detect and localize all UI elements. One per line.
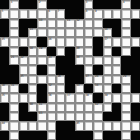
white-cell-r12c10[interactable] bbox=[93, 112, 102, 121]
white-cell-r12c13[interactable] bbox=[121, 112, 130, 121]
white-cell-r10c14[interactable] bbox=[131, 93, 140, 102]
black-cell-r8c1 bbox=[9, 75, 18, 84]
black-cell-r13c7 bbox=[65, 121, 74, 130]
white-cell-r1c3[interactable] bbox=[28, 9, 37, 18]
white-cell-r7c3[interactable] bbox=[28, 65, 37, 74]
white-cell-r6c9[interactable] bbox=[84, 56, 93, 65]
black-cell-r7c1 bbox=[9, 65, 18, 74]
clue-number: 6 bbox=[48, 10, 50, 13]
white-cell-r13c1[interactable] bbox=[9, 121, 18, 130]
white-cell-r10c1[interactable] bbox=[9, 93, 18, 102]
black-cell-r9c12 bbox=[112, 84, 121, 93]
white-cell-r7c5[interactable] bbox=[47, 65, 56, 74]
black-cell-r6c6 bbox=[56, 56, 65, 65]
white-cell-r10c13[interactable] bbox=[121, 93, 130, 102]
black-cell-r7c7 bbox=[65, 65, 74, 74]
white-cell-r3c13[interactable] bbox=[121, 28, 130, 37]
black-cell-r8c0 bbox=[0, 75, 9, 84]
clue-number: 10 bbox=[39, 19, 42, 22]
white-cell-r10c12[interactable] bbox=[112, 93, 121, 102]
white-cell-r5c13[interactable] bbox=[121, 47, 130, 56]
black-cell-r6c7 bbox=[65, 56, 74, 65]
clue-number: 5 bbox=[2, 10, 4, 13]
black-cell-r12c11 bbox=[103, 112, 112, 121]
black-cell-r6c0 bbox=[0, 56, 9, 65]
black-cell-r13c6 bbox=[56, 121, 65, 130]
white-cell-r11c1[interactable] bbox=[9, 103, 18, 112]
white-cell-r1c9[interactable]: 8 bbox=[84, 9, 93, 18]
black-cell-r12c12 bbox=[112, 112, 121, 121]
black-cell-r11c2 bbox=[19, 103, 28, 112]
black-cell-r4c10 bbox=[93, 37, 102, 46]
white-cell-r2c13[interactable] bbox=[121, 19, 130, 28]
white-cell-r8c12[interactable] bbox=[112, 75, 121, 84]
black-cell-r3c14 bbox=[131, 28, 140, 37]
white-cell-r9c5[interactable]: 32 bbox=[47, 84, 56, 93]
white-cell-r4c14[interactable] bbox=[131, 37, 140, 46]
white-cell-r10c8[interactable] bbox=[75, 93, 84, 102]
white-cell-r5c6[interactable] bbox=[56, 47, 65, 56]
white-cell-r13c11[interactable] bbox=[103, 121, 112, 130]
black-cell-r10c10 bbox=[93, 93, 102, 102]
white-cell-r13c8[interactable]: 45 bbox=[75, 121, 84, 130]
white-cell-r10c9[interactable]: 38 bbox=[84, 93, 93, 102]
white-cell-r4c5[interactable]: 16 bbox=[47, 37, 56, 46]
black-cell-r14c8 bbox=[75, 131, 84, 140]
white-cell-r3c1[interactable] bbox=[9, 28, 18, 37]
white-cell-r12c7[interactable] bbox=[65, 112, 74, 121]
black-cell-r9c9 bbox=[84, 84, 93, 93]
clue-number: 26 bbox=[57, 75, 60, 78]
clue-number: 14 bbox=[104, 28, 107, 31]
white-cell-r12c1[interactable] bbox=[9, 112, 18, 121]
white-cell-r9c8[interactable]: 33 bbox=[75, 84, 84, 93]
white-cell-r2c5[interactable] bbox=[47, 19, 56, 28]
white-cell-r0c13[interactable]: 4 bbox=[121, 0, 130, 9]
black-cell-r7c13 bbox=[121, 65, 130, 74]
white-cell-r3c3[interactable]: 13 bbox=[28, 28, 37, 37]
white-cell-r14c13[interactable] bbox=[121, 131, 130, 140]
clue-number: 44 bbox=[2, 122, 5, 125]
white-cell-r13c13[interactable] bbox=[121, 121, 130, 130]
white-cell-r1c13[interactable] bbox=[121, 9, 130, 18]
clue-number: 37 bbox=[67, 94, 70, 97]
white-cell-r14c1[interactable] bbox=[9, 131, 18, 140]
white-cell-r2c1[interactable] bbox=[9, 19, 18, 28]
white-cell-r4c7[interactable] bbox=[65, 37, 74, 46]
white-cell-r0c1[interactable]: 1 bbox=[9, 0, 18, 9]
clue-number: 11 bbox=[67, 19, 70, 22]
white-cell-r3c4[interactable] bbox=[37, 28, 46, 37]
clue-number: 12 bbox=[76, 19, 79, 22]
black-cell-r5c0 bbox=[0, 47, 9, 56]
white-cell-r11c7[interactable] bbox=[65, 103, 74, 112]
white-cell-r6c2[interactable]: 22 bbox=[19, 56, 28, 65]
white-cell-r13c4[interactable] bbox=[37, 121, 46, 130]
black-cell-r10c4 bbox=[37, 93, 46, 102]
white-cell-r11c3[interactable]: 40 bbox=[28, 103, 37, 112]
black-cell-r5c12 bbox=[112, 47, 121, 56]
white-cell-r11c8[interactable] bbox=[75, 103, 84, 112]
white-cell-r13c0[interactable]: 44 bbox=[0, 121, 9, 130]
white-cell-r14c5[interactable] bbox=[47, 131, 56, 140]
white-cell-r8c9[interactable]: 27 bbox=[84, 75, 93, 84]
white-cell-r3c8[interactable] bbox=[75, 28, 84, 37]
white-cell-r1c14[interactable] bbox=[131, 9, 140, 18]
white-cell-r6c3[interactable] bbox=[28, 56, 37, 65]
clue-number: 18 bbox=[29, 47, 32, 50]
white-cell-r1c4[interactable] bbox=[37, 9, 46, 18]
white-cell-r11c13[interactable] bbox=[121, 103, 130, 112]
white-cell-r5c9[interactable] bbox=[84, 47, 93, 56]
white-cell-r13c14[interactable] bbox=[131, 121, 140, 130]
white-cell-r7c2[interactable] bbox=[19, 65, 28, 74]
white-cell-r4c13[interactable] bbox=[121, 37, 130, 46]
white-cell-r1c10[interactable]: 9 bbox=[93, 9, 102, 18]
white-cell-r2c4[interactable]: 10 bbox=[37, 19, 46, 28]
white-cell-r1c12[interactable] bbox=[112, 9, 121, 18]
clue-number: 35 bbox=[2, 94, 5, 97]
white-cell-r11c4[interactable]: 41 bbox=[37, 103, 46, 112]
black-cell-r11c12 bbox=[112, 103, 121, 112]
white-cell-r3c6[interactable] bbox=[56, 28, 65, 37]
black-cell-r0c11 bbox=[103, 0, 112, 9]
white-cell-r3c11[interactable]: 14 bbox=[103, 28, 112, 37]
clue-number: 17 bbox=[104, 38, 107, 41]
clue-number: 39 bbox=[104, 94, 107, 97]
black-cell-r1c8 bbox=[75, 9, 84, 18]
black-cell-r7c8 bbox=[75, 65, 84, 74]
black-cell-r0c10 bbox=[93, 0, 102, 9]
black-cell-r14c2 bbox=[19, 131, 28, 140]
white-cell-r12c9[interactable] bbox=[84, 112, 93, 121]
white-cell-r5c1[interactable] bbox=[9, 47, 18, 56]
clue-number: 25 bbox=[20, 75, 23, 78]
black-cell-r2c2 bbox=[19, 19, 28, 28]
white-cell-r6c12[interactable] bbox=[112, 56, 121, 65]
clue-number: 30 bbox=[2, 84, 5, 87]
white-cell-r8c13[interactable]: 29 bbox=[121, 75, 130, 84]
black-cell-r4c4 bbox=[37, 37, 46, 46]
white-cell-r4c0[interactable]: 15 bbox=[0, 37, 9, 46]
white-cell-r3c10[interactable] bbox=[93, 28, 102, 37]
black-cell-r14c4 bbox=[37, 131, 46, 140]
white-cell-r2c9[interactable] bbox=[84, 19, 93, 28]
white-cell-r4c2[interactable] bbox=[19, 37, 28, 46]
white-cell-r9c13[interactable] bbox=[121, 84, 130, 93]
black-cell-r6c14 bbox=[131, 56, 140, 65]
black-cell-r14c14 bbox=[131, 131, 140, 140]
clue-number: 34 bbox=[95, 84, 98, 87]
clue-number: 20 bbox=[76, 47, 79, 50]
clue-number: 19 bbox=[39, 47, 42, 50]
black-cell-r3c0 bbox=[0, 28, 9, 37]
white-cell-r3c5[interactable] bbox=[47, 28, 56, 37]
black-cell-r14c0 bbox=[0, 131, 9, 140]
white-cell-r8c5[interactable] bbox=[47, 75, 56, 84]
black-cell-r2c14 bbox=[131, 19, 140, 28]
white-cell-r9c3[interactable] bbox=[28, 84, 37, 93]
white-cell-r0c9[interactable]: 3 bbox=[84, 0, 93, 9]
white-cell-r9c11[interactable] bbox=[103, 84, 112, 93]
black-cell-r7c4 bbox=[37, 65, 46, 74]
white-cell-r10c3[interactable] bbox=[28, 93, 37, 102]
black-cell-r12c2 bbox=[19, 112, 28, 121]
white-cell-r11c10[interactable]: 42 bbox=[93, 103, 102, 112]
black-cell-r9c14 bbox=[131, 84, 140, 93]
white-cell-r11c9[interactable] bbox=[84, 103, 93, 112]
white-cell-r1c0[interactable]: 5 bbox=[0, 9, 9, 18]
clue-number: 41 bbox=[39, 103, 42, 106]
black-cell-r9c2 bbox=[19, 84, 28, 93]
white-cell-r7c11[interactable] bbox=[103, 65, 112, 74]
black-cell-r9c4 bbox=[37, 84, 46, 93]
white-cell-r12c4[interactable]: 43 bbox=[37, 112, 46, 121]
clue-number: 33 bbox=[76, 84, 79, 87]
white-cell-r4c9[interactable] bbox=[84, 37, 93, 46]
black-cell-r11c14 bbox=[131, 103, 140, 112]
white-cell-r5c8[interactable]: 20 bbox=[75, 47, 84, 56]
black-cell-r0c7 bbox=[65, 0, 74, 9]
black-cell-r0c0 bbox=[0, 0, 9, 9]
black-cell-r2c12 bbox=[112, 19, 121, 28]
white-cell-r6c1[interactable]: 21 bbox=[9, 56, 18, 65]
clue-number: 42 bbox=[95, 103, 98, 106]
black-cell-r12c0 bbox=[0, 112, 9, 121]
white-cell-r7c12[interactable] bbox=[112, 65, 121, 74]
clue-number: 31 bbox=[11, 84, 14, 87]
clue-number: 2 bbox=[39, 1, 41, 4]
black-cell-r3c2 bbox=[19, 28, 28, 37]
black-cell-r14c7 bbox=[65, 131, 74, 140]
white-cell-r4c3[interactable] bbox=[28, 37, 37, 46]
white-cell-r10c6[interactable] bbox=[56, 93, 65, 102]
white-cell-r8c11[interactable] bbox=[103, 75, 112, 84]
clue-number: 45 bbox=[76, 122, 79, 125]
white-cell-r10c2[interactable] bbox=[19, 93, 28, 102]
white-cell-r13c9[interactable] bbox=[84, 121, 93, 130]
white-cell-r2c7[interactable]: 11 bbox=[65, 19, 74, 28]
white-cell-r12c6[interactable] bbox=[56, 112, 65, 121]
clue-number: 21 bbox=[11, 56, 14, 59]
white-cell-r4c12[interactable] bbox=[112, 37, 121, 46]
clue-number: 38 bbox=[85, 94, 88, 97]
white-cell-r10c0[interactable]: 35 bbox=[0, 93, 9, 102]
white-cell-r8c3[interactable] bbox=[28, 75, 37, 84]
clue-number: 9 bbox=[95, 10, 97, 13]
black-cell-r7c6 bbox=[56, 65, 65, 74]
white-cell-r13c3[interactable] bbox=[28, 121, 37, 130]
black-cell-r0c6 bbox=[56, 0, 65, 9]
white-cell-r4c8[interactable] bbox=[75, 37, 84, 46]
white-cell-r2c6[interactable] bbox=[56, 19, 65, 28]
crossword-grid: 1234567891011121314151617181920212223242… bbox=[0, 0, 140, 140]
black-cell-r0c14 bbox=[131, 0, 140, 9]
clue-number: 16 bbox=[48, 38, 51, 41]
white-cell-r4c11[interactable]: 17 bbox=[103, 37, 112, 46]
black-cell-r7c0 bbox=[0, 65, 9, 74]
black-cell-r14c12 bbox=[112, 131, 121, 140]
white-cell-r11c6[interactable] bbox=[56, 103, 65, 112]
black-cell-r0c3 bbox=[28, 0, 37, 9]
black-cell-r0c5 bbox=[47, 0, 56, 9]
white-cell-r6c4[interactable] bbox=[37, 56, 46, 65]
white-cell-r10c7[interactable]: 37 bbox=[65, 93, 74, 102]
clue-number: 32 bbox=[48, 84, 51, 87]
white-cell-r1c11[interactable] bbox=[103, 9, 112, 18]
white-cell-r3c9[interactable] bbox=[84, 28, 93, 37]
white-cell-r1c6[interactable]: 7 bbox=[56, 9, 65, 18]
black-cell-r14c6 bbox=[56, 131, 65, 140]
clue-number: 1 bbox=[11, 1, 13, 4]
clue-number: 7 bbox=[57, 10, 59, 13]
white-cell-r10c11[interactable]: 39 bbox=[103, 93, 112, 102]
black-cell-r7c14 bbox=[131, 65, 140, 74]
black-cell-r7c10 bbox=[93, 65, 102, 74]
white-cell-r4c1[interactable] bbox=[9, 37, 18, 46]
clue-number: 28 bbox=[95, 75, 98, 78]
black-cell-r8c7 bbox=[65, 75, 74, 84]
clue-number: 36 bbox=[48, 94, 51, 97]
black-cell-r11c0 bbox=[0, 103, 9, 112]
clue-number: 15 bbox=[2, 38, 5, 41]
black-cell-r12c14 bbox=[131, 112, 140, 121]
white-cell-r1c1[interactable] bbox=[9, 9, 18, 18]
black-cell-r3c12 bbox=[112, 28, 121, 37]
white-cell-r12c8[interactable] bbox=[75, 112, 84, 121]
black-cell-r1c7 bbox=[65, 9, 74, 18]
black-cell-r5c10 bbox=[93, 47, 102, 56]
clue-number: 24 bbox=[76, 56, 79, 59]
white-cell-r7c9[interactable] bbox=[84, 65, 93, 74]
white-cell-r4c6[interactable] bbox=[56, 37, 65, 46]
white-cell-r13c2[interactable] bbox=[19, 121, 28, 130]
white-cell-r8c6[interactable]: 26 bbox=[56, 75, 65, 84]
clue-number: 27 bbox=[85, 75, 88, 78]
clue-number: 29 bbox=[123, 75, 126, 78]
clue-number: 8 bbox=[85, 10, 87, 13]
black-cell-r0c12 bbox=[112, 0, 121, 9]
clue-number: 22 bbox=[20, 56, 23, 59]
clue-number: 23 bbox=[48, 56, 51, 59]
black-cell-r5c7 bbox=[65, 47, 74, 56]
clue-number: 3 bbox=[85, 1, 87, 4]
white-cell-r5c3[interactable]: 18 bbox=[28, 47, 37, 56]
clue-number: 40 bbox=[29, 103, 32, 106]
white-cell-r8c4[interactable] bbox=[37, 75, 46, 84]
white-cell-r11c11[interactable] bbox=[103, 103, 112, 112]
black-cell-r0c8 bbox=[75, 0, 84, 9]
white-cell-r9c10[interactable]: 34 bbox=[93, 84, 102, 93]
white-cell-r5c4[interactable]: 19 bbox=[37, 47, 46, 56]
white-cell-r8c10[interactable]: 28 bbox=[93, 75, 102, 84]
white-cell-r3c7[interactable] bbox=[65, 28, 74, 37]
clue-number: 13 bbox=[29, 28, 32, 31]
white-cell-r6c11[interactable] bbox=[103, 56, 112, 65]
black-cell-r0c2 bbox=[19, 0, 28, 9]
black-cell-r2c0 bbox=[0, 19, 9, 28]
white-cell-r5c11[interactable] bbox=[103, 47, 112, 56]
black-cell-r14c3 bbox=[28, 131, 37, 140]
white-cell-r1c5[interactable]: 6 bbox=[47, 9, 56, 18]
black-cell-r5c2 bbox=[19, 47, 28, 56]
white-cell-r8c2[interactable]: 25 bbox=[19, 75, 28, 84]
white-cell-r2c10[interactable] bbox=[93, 19, 102, 28]
white-cell-r14c10[interactable] bbox=[93, 131, 102, 140]
white-cell-r6c8[interactable]: 24 bbox=[75, 56, 84, 65]
black-cell-r14c9 bbox=[84, 131, 93, 140]
black-cell-r12c3 bbox=[28, 112, 37, 121]
white-cell-r9c1[interactable]: 31 bbox=[9, 84, 18, 93]
white-cell-r6c5[interactable]: 23 bbox=[47, 56, 56, 65]
black-cell-r5c14 bbox=[131, 47, 140, 56]
black-cell-r9c7 bbox=[65, 84, 74, 93]
white-cell-r13c12[interactable] bbox=[112, 121, 121, 130]
black-cell-r6c13 bbox=[121, 56, 130, 65]
clue-number: 4 bbox=[123, 1, 125, 4]
black-cell-r5c5 bbox=[47, 47, 56, 56]
white-cell-r10c5[interactable]: 36 bbox=[47, 93, 56, 102]
white-cell-r9c0[interactable]: 30 bbox=[0, 84, 9, 93]
white-cell-r9c6[interactable] bbox=[56, 84, 65, 93]
black-cell-r14c11 bbox=[103, 131, 112, 140]
white-cell-r13c5[interactable] bbox=[47, 121, 56, 130]
white-cell-r12c5[interactable] bbox=[47, 112, 56, 121]
black-cell-r2c3 bbox=[28, 19, 37, 28]
black-cell-r8c8 bbox=[75, 75, 84, 84]
black-cell-r8c14 bbox=[131, 75, 140, 84]
white-cell-r0c4[interactable]: 2 bbox=[37, 0, 46, 9]
white-cell-r11c5[interactable] bbox=[47, 103, 56, 112]
clue-number: 43 bbox=[39, 112, 42, 115]
white-cell-r13c10[interactable] bbox=[93, 121, 102, 130]
white-cell-r6c10[interactable] bbox=[93, 56, 102, 65]
white-cell-r2c8[interactable]: 12 bbox=[75, 19, 84, 28]
black-cell-r2c11 bbox=[103, 19, 112, 28]
white-cell-r1c2[interactable] bbox=[19, 9, 28, 18]
